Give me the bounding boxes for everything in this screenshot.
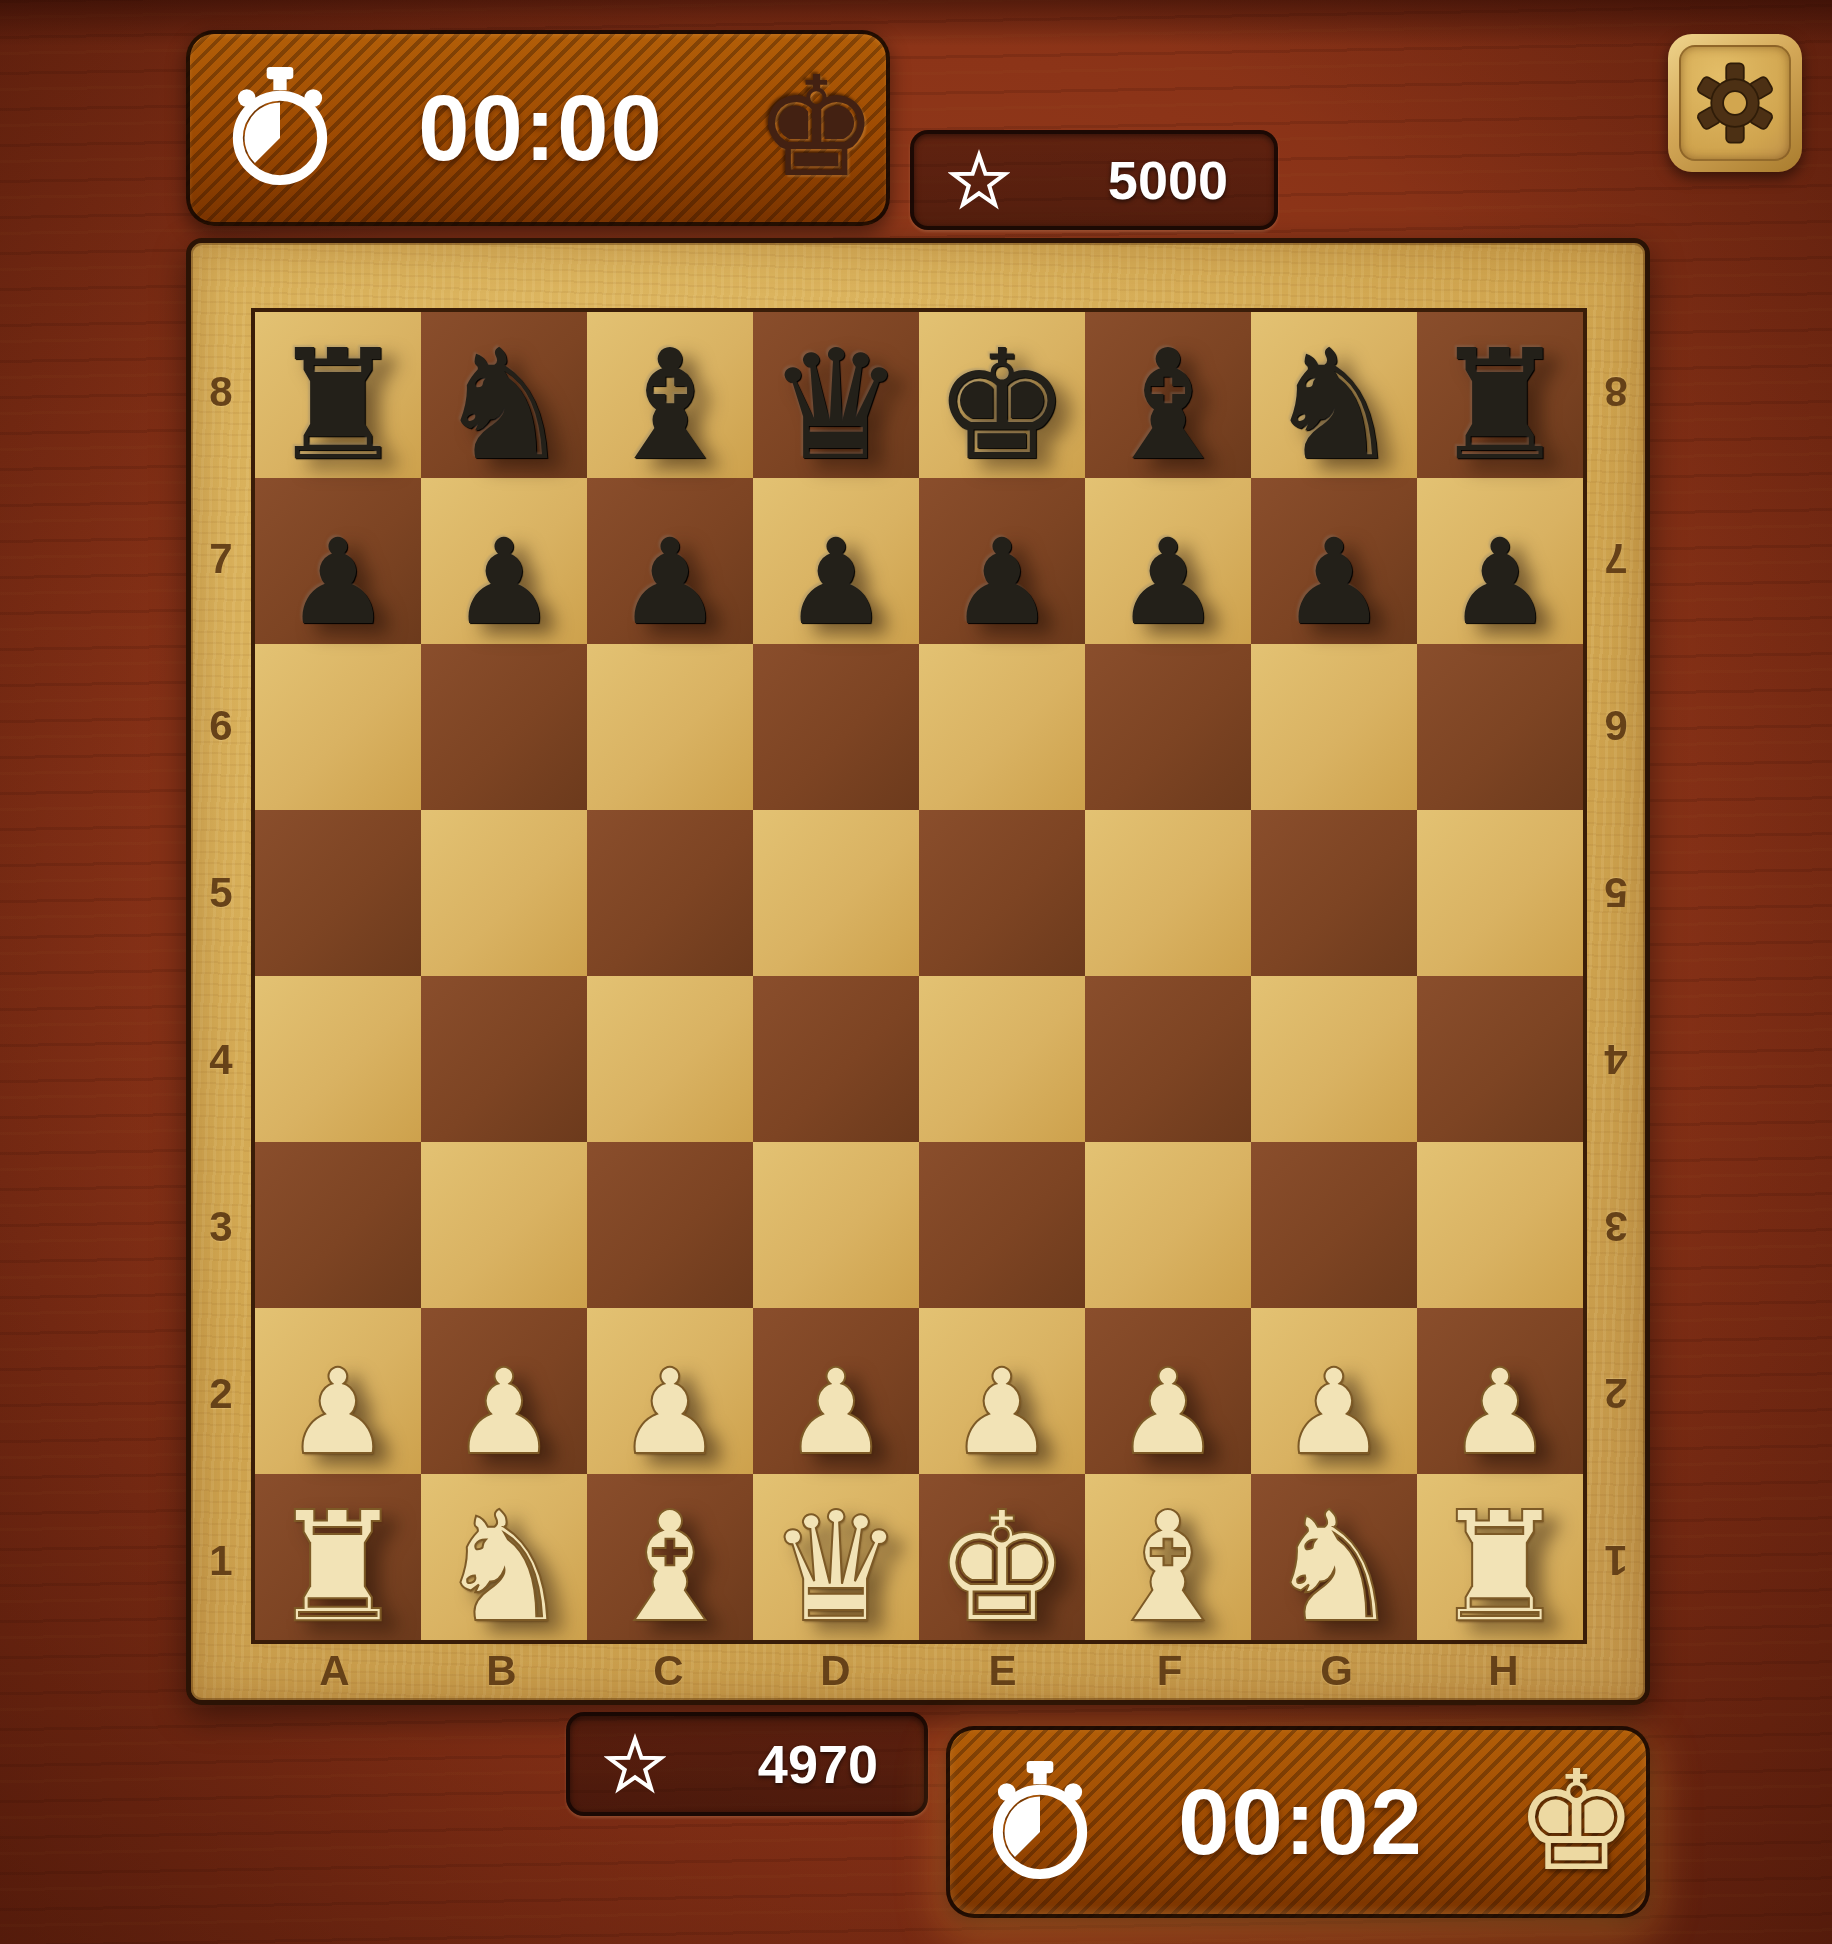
square-e8[interactable]: ♚ — [919, 312, 1085, 478]
square-h8[interactable]: ♜ — [1417, 312, 1583, 478]
piece-black-pawn[interactable]: ♟ — [1281, 526, 1387, 638]
piece-white-pawn[interactable]: ♟ — [1115, 1356, 1221, 1468]
stopwatch-icon — [224, 67, 336, 189]
square-c4[interactable] — [587, 976, 753, 1142]
rank-label-6: 6 — [1587, 642, 1645, 809]
square-g3[interactable] — [1251, 1142, 1417, 1308]
piece-black-pawn[interactable]: ♟ — [1447, 526, 1553, 638]
square-d7[interactable]: ♟ — [753, 478, 919, 644]
piece-white-pawn[interactable]: ♟ — [949, 1356, 1055, 1468]
piece-white-bishop[interactable]: ♝ — [1100, 1496, 1236, 1640]
square-h7[interactable]: ♟ — [1417, 478, 1583, 644]
square-b5[interactable] — [421, 810, 587, 976]
piece-black-pawn[interactable]: ♟ — [783, 526, 889, 638]
square-h2[interactable]: ♟ — [1417, 1308, 1583, 1474]
square-c5[interactable] — [587, 810, 753, 976]
square-d2[interactable]: ♟ — [753, 1308, 919, 1474]
square-f5[interactable] — [1085, 810, 1251, 976]
square-a6[interactable] — [255, 644, 421, 810]
star-icon — [604, 1733, 666, 1795]
rank-label-5: 5 — [191, 809, 251, 976]
black-clock-time: 00:00 — [336, 76, 746, 181]
square-b1[interactable]: ♞ — [421, 1474, 587, 1640]
square-h1[interactable]: ♜ — [1417, 1474, 1583, 1640]
square-e3[interactable] — [919, 1142, 1085, 1308]
square-f3[interactable] — [1085, 1142, 1251, 1308]
piece-white-pawn[interactable]: ♟ — [1447, 1356, 1553, 1468]
square-b4[interactable] — [421, 976, 587, 1142]
piece-black-pawn[interactable]: ♟ — [949, 526, 1055, 638]
black-clock-panel: 00:00 ♚ — [186, 30, 890, 226]
square-d3[interactable] — [753, 1142, 919, 1308]
piece-white-pawn[interactable]: ♟ — [451, 1356, 557, 1468]
square-h4[interactable] — [1417, 976, 1583, 1142]
settings-button-face — [1679, 45, 1791, 161]
piece-white-queen[interactable]: ♛ — [768, 1496, 904, 1640]
piece-white-pawn[interactable]: ♟ — [285, 1356, 391, 1468]
square-a2[interactable]: ♟ — [255, 1308, 421, 1474]
square-e2[interactable]: ♟ — [919, 1308, 1085, 1474]
square-f7[interactable]: ♟ — [1085, 478, 1251, 644]
square-b2[interactable]: ♟ — [421, 1308, 587, 1474]
piece-white-pawn[interactable]: ♟ — [617, 1356, 723, 1468]
square-c8[interactable]: ♝ — [587, 312, 753, 478]
square-g6[interactable] — [1251, 644, 1417, 810]
square-a8[interactable]: ♜ — [255, 312, 421, 478]
piece-black-pawn[interactable]: ♟ — [285, 526, 391, 638]
piece-black-rook[interactable]: ♜ — [270, 334, 406, 478]
square-c7[interactable]: ♟ — [587, 478, 753, 644]
square-h6[interactable] — [1417, 644, 1583, 810]
stopwatch-icon — [984, 1761, 1096, 1883]
square-g7[interactable]: ♟ — [1251, 478, 1417, 644]
square-d1[interactable]: ♛ — [753, 1474, 919, 1640]
settings-button[interactable] — [1668, 34, 1802, 172]
piece-black-knight[interactable]: ♞ — [436, 334, 572, 478]
rank-labels-right: 87654321 — [1587, 308, 1645, 1644]
white-clock-panel: 00:02 ♚ — [946, 1726, 1650, 1918]
black-score-value: 5000 — [1010, 149, 1274, 211]
square-h5[interactable] — [1417, 810, 1583, 976]
square-b6[interactable] — [421, 644, 587, 810]
piece-black-pawn[interactable]: ♟ — [617, 526, 723, 638]
white-king-icon: ♚ — [1506, 1753, 1646, 1891]
square-g4[interactable] — [1251, 976, 1417, 1142]
square-h3[interactable] — [1417, 1142, 1583, 1308]
white-clock-time: 00:02 — [1096, 1770, 1506, 1875]
rank-label-5: 5 — [1587, 809, 1645, 976]
rank-label-4: 4 — [1587, 976, 1645, 1143]
rank-label-6: 6 — [191, 642, 251, 809]
rank-label-4: 4 — [191, 976, 251, 1143]
rank-label-7: 7 — [1587, 475, 1645, 642]
square-d5[interactable] — [753, 810, 919, 976]
square-f1[interactable]: ♝ — [1085, 1474, 1251, 1640]
square-c1[interactable]: ♝ — [587, 1474, 753, 1640]
rank-label-3: 3 — [191, 1143, 251, 1310]
piece-white-rook[interactable]: ♜ — [1432, 1496, 1568, 1640]
piece-black-pawn[interactable]: ♟ — [1115, 526, 1221, 638]
piece-white-knight[interactable]: ♞ — [436, 1496, 572, 1640]
square-e7[interactable]: ♟ — [919, 478, 1085, 644]
piece-white-pawn[interactable]: ♟ — [1281, 1356, 1387, 1468]
black-king-icon: ♚ — [746, 59, 886, 197]
square-f2[interactable]: ♟ — [1085, 1308, 1251, 1474]
rank-label-7: 7 — [191, 475, 251, 642]
piece-white-rook[interactable]: ♜ — [270, 1496, 406, 1640]
chess-board: 87654321 87654321 ABCDEFGH ♜♞♝♛♚♝♞♜♟♟♟♟♟… — [186, 238, 1650, 1705]
square-a1[interactable]: ♜ — [255, 1474, 421, 1640]
rank-labels-left: 87654321 — [191, 308, 251, 1644]
square-e6[interactable] — [919, 644, 1085, 810]
square-a3[interactable] — [255, 1142, 421, 1308]
square-f8[interactable]: ♝ — [1085, 312, 1251, 478]
gear-icon — [1691, 59, 1779, 147]
square-e4[interactable] — [919, 976, 1085, 1142]
square-f4[interactable] — [1085, 976, 1251, 1142]
square-c6[interactable] — [587, 644, 753, 810]
piece-white-knight[interactable]: ♞ — [1266, 1496, 1402, 1640]
square-a4[interactable] — [255, 976, 421, 1142]
rank-label-8: 8 — [191, 308, 251, 475]
white-score-value: 4970 — [666, 1733, 924, 1795]
piece-black-bishop[interactable]: ♝ — [602, 334, 738, 478]
square-f6[interactable] — [1085, 644, 1251, 810]
black-score-badge: 5000 — [910, 130, 1278, 230]
square-c3[interactable] — [587, 1142, 753, 1308]
piece-black-king[interactable]: ♚ — [934, 334, 1070, 478]
rank-label-2: 2 — [1587, 1310, 1645, 1477]
piece-black-knight[interactable]: ♞ — [1266, 334, 1402, 478]
piece-black-rook[interactable]: ♜ — [1432, 334, 1568, 478]
rank-label-3: 3 — [1587, 1143, 1645, 1310]
square-a5[interactable] — [255, 810, 421, 976]
square-g5[interactable] — [1251, 810, 1417, 976]
white-score-badge: 4970 — [566, 1712, 928, 1816]
square-a7[interactable]: ♟ — [255, 478, 421, 644]
square-b7[interactable]: ♟ — [421, 478, 587, 644]
piece-black-queen[interactable]: ♛ — [768, 334, 904, 478]
star-icon — [948, 149, 1010, 211]
square-d4[interactable] — [753, 976, 919, 1142]
square-d6[interactable] — [753, 644, 919, 810]
square-g2[interactable]: ♟ — [1251, 1308, 1417, 1474]
board-grid: ♜♞♝♛♚♝♞♜♟♟♟♟♟♟♟♟♟♟♟♟♟♟♟♟♜♞♝♛♚♝♞♜ — [251, 308, 1587, 1644]
rank-label-8: 8 — [1587, 308, 1645, 475]
rank-label-1: 1 — [1587, 1477, 1645, 1644]
square-g8[interactable]: ♞ — [1251, 312, 1417, 478]
square-g1[interactable]: ♞ — [1251, 1474, 1417, 1640]
square-e5[interactable] — [919, 810, 1085, 976]
square-d8[interactable]: ♛ — [753, 312, 919, 478]
square-b8[interactable]: ♞ — [421, 312, 587, 478]
square-b3[interactable] — [421, 1142, 587, 1308]
square-c2[interactable]: ♟ — [587, 1308, 753, 1474]
piece-black-bishop[interactable]: ♝ — [1100, 334, 1236, 478]
piece-white-pawn[interactable]: ♟ — [783, 1356, 889, 1468]
square-e1[interactable]: ♚ — [919, 1474, 1085, 1640]
rank-label-1: 1 — [191, 1477, 251, 1644]
piece-white-king[interactable]: ♚ — [934, 1496, 1070, 1640]
rank-label-2: 2 — [191, 1310, 251, 1477]
piece-black-pawn[interactable]: ♟ — [451, 526, 557, 638]
piece-white-bishop[interactable]: ♝ — [602, 1496, 738, 1640]
